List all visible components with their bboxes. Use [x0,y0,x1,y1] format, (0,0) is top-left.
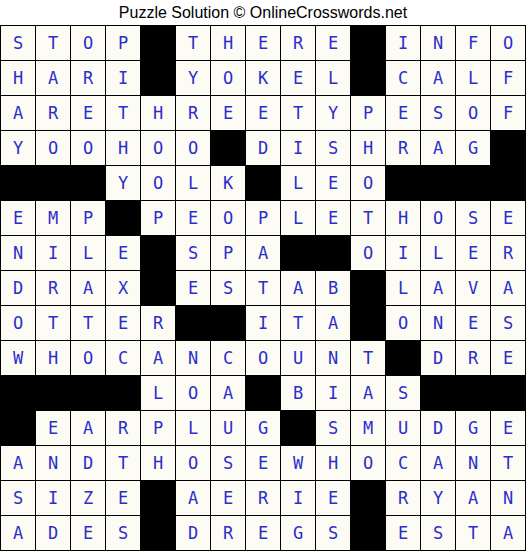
letter-cell[interactable]: S [456,201,490,235]
letter-cell[interactable]: D [1,271,35,305]
letter-cell[interactable]: C [386,61,420,95]
letter-cell[interactable]: C [211,341,245,375]
letter-cell[interactable]: O [71,26,105,60]
letter-cell[interactable]: H [1,61,35,95]
letter-cell[interactable]: T [491,446,525,480]
letter-cell[interactable]: H [141,446,175,480]
letter-cell[interactable]: A [456,481,490,515]
letter-cell[interactable]: E [211,481,245,515]
black-cell [71,376,105,410]
letter-cell[interactable]: O [351,236,385,270]
letter-cell[interactable]: I [386,236,420,270]
letter-cell[interactable]: Y [1,131,35,165]
letter-cell[interactable]: P [106,26,140,60]
letter-cell[interactable]: I [316,376,350,410]
black-cell [351,271,385,305]
letter-cell[interactable]: N [316,341,350,375]
letter-cell[interactable]: R [491,236,525,270]
letter-cell[interactable]: A [141,341,175,375]
letter-cell[interactable]: S [1,481,35,515]
letter-cell[interactable]: A [316,306,350,340]
letter-cell[interactable]: I [36,236,70,270]
letter-cell[interactable]: L [176,166,210,200]
black-cell [456,376,490,410]
letter-cell[interactable]: G [456,131,490,165]
letter-cell[interactable]: L [386,271,420,305]
letter-cell[interactable]: E [106,236,140,270]
letter-cell[interactable]: C [106,341,140,375]
black-cell [211,306,245,340]
letter-cell[interactable]: P [211,236,245,270]
letter-cell[interactable]: E [176,201,210,235]
black-cell [491,376,525,410]
letter-cell[interactable]: T [71,306,105,340]
letter-cell[interactable]: E [386,96,420,130]
letter-cell[interactable]: Z [71,481,105,515]
black-cell [141,236,175,270]
black-cell [421,376,455,410]
letter-cell[interactable]: A [421,446,455,480]
letter-cell[interactable]: N [1,236,35,270]
letter-cell[interactable]: A [36,61,70,95]
letter-cell[interactable]: O [71,131,105,165]
black-cell [316,236,350,270]
letter-cell[interactable]: Y [106,166,140,200]
letter-cell[interactable]: E [246,516,280,550]
letter-cell[interactable]: H [141,96,175,130]
letter-cell[interactable]: H [316,446,350,480]
letter-cell[interactable]: R [386,131,420,165]
letter-cell[interactable]: R [141,306,175,340]
letter-cell[interactable]: E [246,96,280,130]
black-cell [421,166,455,200]
letter-cell[interactable]: P [71,201,105,235]
letter-cell[interactable]: D [421,411,455,445]
black-cell [246,166,280,200]
letter-cell[interactable]: O [1,306,35,340]
letter-cell[interactable]: A [421,271,455,305]
letter-cell[interactable]: S [386,376,420,410]
letter-cell[interactable]: K [246,61,280,95]
letter-cell[interactable]: G [456,411,490,445]
letter-cell[interactable]: R [36,96,70,130]
letter-cell[interactable]: H [36,341,70,375]
letter-cell[interactable]: A [421,131,455,165]
letter-cell[interactable]: E [456,306,490,340]
letter-cell[interactable]: P [141,411,175,445]
letter-cell[interactable]: N [176,341,210,375]
letter-cell[interactable]: B [281,376,315,410]
black-cell [1,376,35,410]
letter-cell[interactable]: E [246,446,280,480]
black-cell [141,61,175,95]
letter-cell[interactable]: E [1,201,35,235]
letter-cell[interactable]: I [246,306,280,340]
letter-cell[interactable]: D [421,341,455,375]
letter-cell[interactable]: W [281,446,315,480]
letter-cell[interactable]: A [1,516,35,550]
letter-cell[interactable]: E [491,411,525,445]
letter-cell[interactable]: S [421,516,455,550]
black-cell [141,516,175,550]
letter-cell[interactable]: H [211,26,245,60]
black-cell [246,376,280,410]
letter-cell[interactable]: E [106,481,140,515]
black-cell [106,201,140,235]
black-cell [351,26,385,60]
letter-cell[interactable]: H [351,131,385,165]
letter-cell[interactable]: A [211,376,245,410]
black-cell [106,376,140,410]
letter-cell[interactable]: R [386,481,420,515]
letter-cell[interactable]: A [246,236,280,270]
letter-cell[interactable]: O [386,306,420,340]
letter-cell[interactable]: N [491,481,525,515]
letter-cell[interactable]: T [246,271,280,305]
letter-cell[interactable]: T [351,201,385,235]
letter-cell[interactable]: T [176,26,210,60]
letter-cell[interactable]: S [421,96,455,130]
letter-cell[interactable]: B [316,271,350,305]
letter-cell[interactable]: F [491,61,525,95]
black-cell [386,341,420,375]
letter-cell[interactable]: P [351,96,385,130]
letter-cell[interactable]: T [36,26,70,60]
letter-cell[interactable]: O [176,376,210,410]
black-cell [176,306,210,340]
letter-cell[interactable]: U [386,411,420,445]
black-cell [71,166,105,200]
letter-cell[interactable]: S [316,516,350,550]
black-cell [211,131,245,165]
black-cell [141,26,175,60]
letter-cell[interactable]: E [456,236,490,270]
letter-cell[interactable]: I [281,481,315,515]
black-cell [141,481,175,515]
letter-cell[interactable]: O [176,446,210,480]
black-cell [281,411,315,445]
letter-cell[interactable]: O [456,96,490,130]
black-cell [491,131,525,165]
letter-cell[interactable]: L [421,236,455,270]
letter-cell[interactable]: M [351,411,385,445]
letter-cell[interactable]: T [281,96,315,130]
letter-cell[interactable]: I [36,481,70,515]
letter-cell[interactable]: E [71,516,105,550]
letter-cell[interactable]: L [316,61,350,95]
letter-cell[interactable]: I [281,131,315,165]
crossword-grid: STOPTHEREINFOHARIYOKELCALFARETHREETYPESO… [0,25,526,551]
letter-cell[interactable]: R [71,61,105,95]
letter-cell[interactable]: A [351,376,385,410]
letter-cell[interactable]: T [36,306,70,340]
letter-cell[interactable]: L [281,166,315,200]
letter-cell[interactable]: T [281,306,315,340]
letter-cell[interactable]: E [491,341,525,375]
letter-cell[interactable]: A [281,271,315,305]
letter-cell[interactable]: F [456,26,490,60]
letter-cell[interactable]: Y [176,61,210,95]
black-cell [351,61,385,95]
letter-cell[interactable]: O [211,201,245,235]
letter-cell[interactable]: R [281,26,315,60]
letter-cell[interactable]: C [386,446,420,480]
letter-cell[interactable]: S [211,271,245,305]
letter-cell[interactable]: P [246,201,280,235]
letter-cell[interactable]: G [281,516,315,550]
letter-cell[interactable]: E [386,516,420,550]
black-cell [36,166,70,200]
letter-cell[interactable]: R [456,341,490,375]
letter-cell[interactable]: E [176,271,210,305]
letter-cell[interactable]: E [281,61,315,95]
letter-cell[interactable]: R [36,271,70,305]
letter-cell[interactable]: R [211,516,245,550]
letter-cell[interactable]: A [491,516,525,550]
letter-cell[interactable]: D [36,516,70,550]
letter-cell[interactable]: S [211,446,245,480]
letter-cell[interactable]: S [106,516,140,550]
letter-cell[interactable]: L [176,411,210,445]
letter-cell[interactable]: O [211,61,245,95]
letter-cell[interactable]: E [106,306,140,340]
black-cell [141,271,175,305]
letter-cell[interactable]: A [71,411,105,445]
letter-cell[interactable]: A [421,61,455,95]
black-cell [1,166,35,200]
black-cell [281,236,315,270]
letter-cell[interactable]: H [106,131,140,165]
letter-cell[interactable]: O [176,131,210,165]
letter-cell[interactable]: D [246,131,280,165]
letter-cell[interactable]: O [36,131,70,165]
letter-cell[interactable]: N [421,26,455,60]
letter-cell[interactable]: N [36,446,70,480]
letter-cell[interactable]: E [491,201,525,235]
letter-cell[interactable]: O [71,341,105,375]
letter-cell[interactable]: U [281,341,315,375]
letter-cell[interactable]: L [71,236,105,270]
black-cell [456,166,490,200]
letter-cell[interactable]: E [211,96,245,130]
black-cell [351,516,385,550]
letter-cell[interactable]: U [211,411,245,445]
letter-cell[interactable]: Y [316,96,350,130]
letter-cell[interactable]: O [421,201,455,235]
letter-cell[interactable]: R [176,96,210,130]
letter-cell[interactable]: A [1,96,35,130]
letter-cell[interactable]: A [71,271,105,305]
letter-cell[interactable]: S [316,131,350,165]
letter-cell[interactable]: Y [421,481,455,515]
letter-cell[interactable]: I [386,26,420,60]
black-cell [491,166,525,200]
letter-cell[interactable]: O [351,166,385,200]
letter-cell[interactable]: O [491,26,525,60]
letter-cell[interactable]: T [106,446,140,480]
black-cell [36,376,70,410]
letter-cell[interactable]: L [141,376,175,410]
letter-cell[interactable]: L [281,201,315,235]
letter-cell[interactable]: I [106,61,140,95]
letter-cell[interactable]: T [456,516,490,550]
letter-cell[interactable]: S [176,236,210,270]
letter-cell[interactable]: P [141,201,175,235]
letter-cell[interactable]: L [456,61,490,95]
letter-cell[interactable]: O [351,446,385,480]
black-cell [386,166,420,200]
letter-cell[interactable]: G [246,411,280,445]
letter-cell[interactable]: O [141,166,175,200]
page-title: Puzzle Solution © OnlineCrosswords.net [0,0,526,25]
letter-cell[interactable]: E [316,26,350,60]
letter-cell[interactable]: M [36,201,70,235]
letter-cell[interactable]: R [106,411,140,445]
letter-cell[interactable]: A [491,271,525,305]
letter-cell[interactable]: T [106,96,140,130]
letter-cell[interactable]: O [246,341,280,375]
letter-cell[interactable]: D [176,516,210,550]
letter-cell[interactable]: E [316,166,350,200]
letter-cell[interactable]: E [71,96,105,130]
letter-cell[interactable]: F [491,96,525,130]
letter-cell[interactable]: E [316,201,350,235]
letter-cell[interactable]: T [351,341,385,375]
letter-cell[interactable]: D [71,446,105,480]
letter-cell[interactable]: R [246,481,280,515]
letter-cell[interactable]: S [1,26,35,60]
letter-cell[interactable]: X [106,271,140,305]
letter-cell[interactable]: V [456,271,490,305]
letter-cell[interactable]: S [491,306,525,340]
letter-cell[interactable]: E [246,26,280,60]
letter-cell[interactable]: N [456,446,490,480]
letter-cell[interactable]: N [421,306,455,340]
letter-cell[interactable]: A [176,481,210,515]
letter-cell[interactable]: W [1,341,35,375]
letter-cell[interactable]: E [36,411,70,445]
black-cell [1,411,35,445]
letter-cell[interactable]: S [316,411,350,445]
letter-cell[interactable]: A [1,446,35,480]
black-cell [351,306,385,340]
black-cell [351,481,385,515]
letter-cell[interactable]: K [211,166,245,200]
letter-cell[interactable]: E [316,481,350,515]
letter-cell[interactable]: H [386,201,420,235]
letter-cell[interactable]: O [141,131,175,165]
